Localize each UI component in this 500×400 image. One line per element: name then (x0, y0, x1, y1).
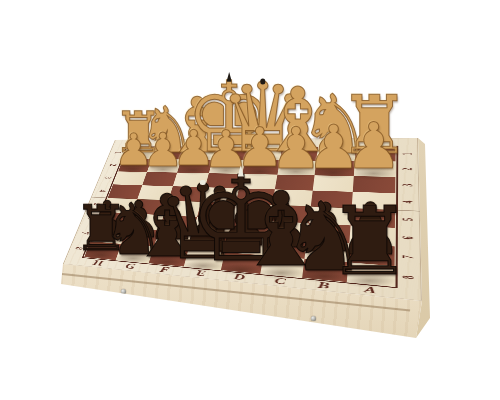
piece-white-pawn: ♟ (345, 115, 402, 179)
piece-contact-shadow (350, 167, 397, 180)
piece-black-rook: ♜ (327, 193, 412, 288)
pieces-layer: ♜♞♝♚♛♝♞♜♟♟♟♟♟♟♟♟♟♟♟♟♟♟♟♟♜♞♝♛♚♝♞♜ (0, 0, 500, 400)
piece-contact-shadow (342, 273, 396, 288)
chess-set-photo: HGFEDCBA1234567812345678 ♜♞♝♚♛♝♞♜♟♟♟♟♟♟♟… (0, 0, 500, 400)
